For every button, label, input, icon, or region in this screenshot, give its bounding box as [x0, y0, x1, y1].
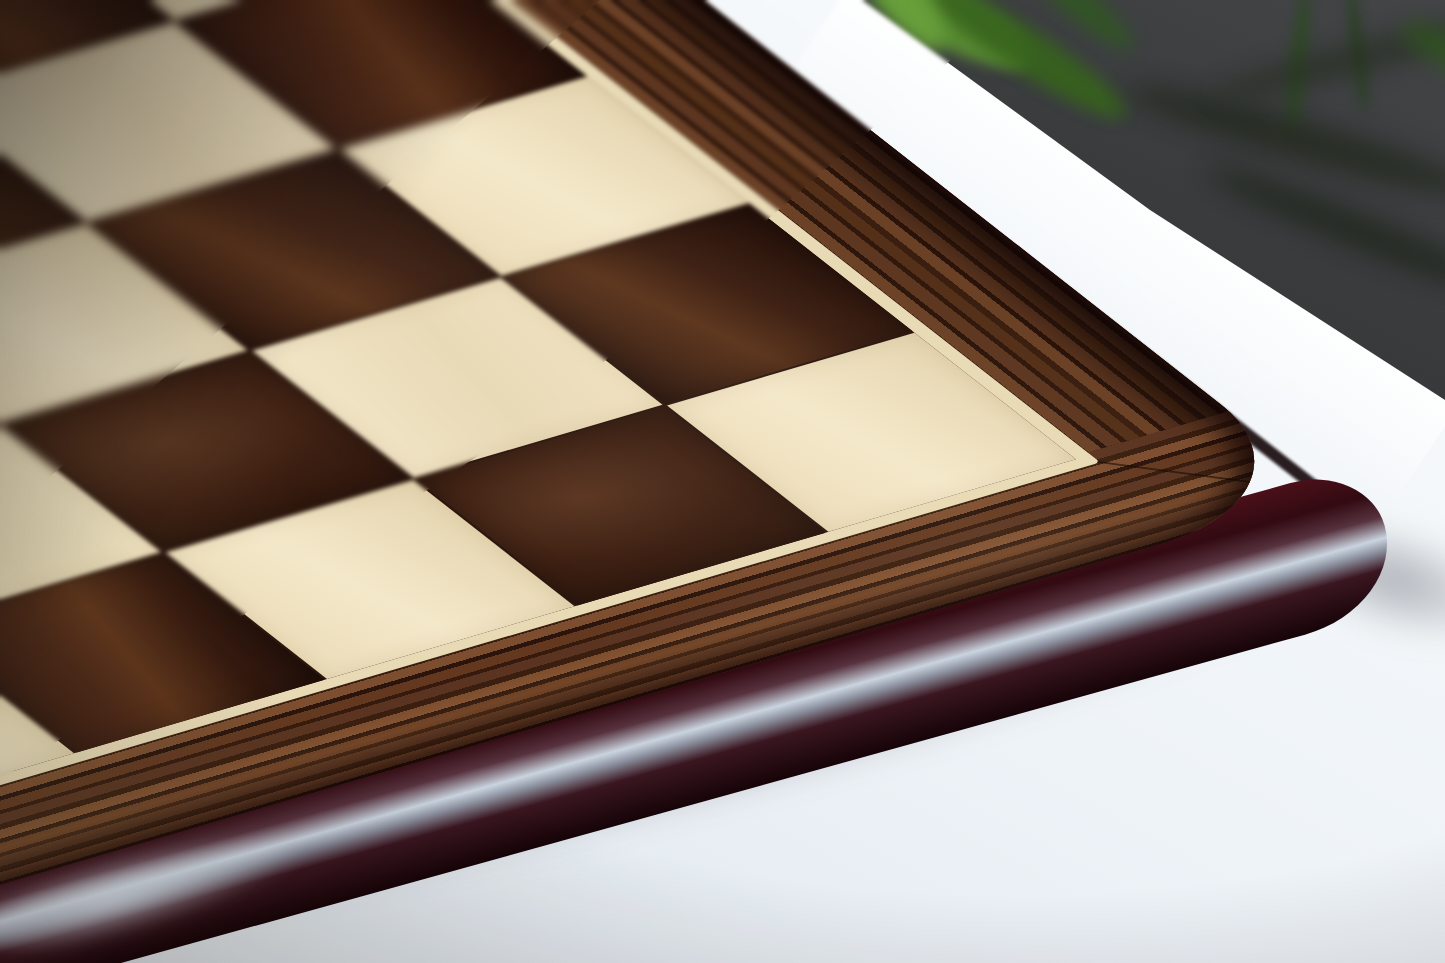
square-e2: [0, 425, 161, 624]
table-edge-sheen: [778, 0, 1445, 505]
board-edge-shading: [0, 0, 1334, 963]
square-f1: [165, 480, 574, 679]
square-f2: [2, 352, 411, 551]
square-g5: [0, 0, 172, 93]
plant-leaf-silhouette: [1121, 71, 1445, 209]
plant-leaf: [912, 0, 1137, 134]
board-frame-right: [0, 0, 1334, 540]
square-d1: [0, 627, 74, 826]
plant-leaf: [1008, 0, 1142, 60]
square-g4: [0, 22, 335, 221]
board-surface-reflection: [0, 0, 1334, 963]
background-wall: [0, 0, 1445, 963]
plant-stem: [1282, 0, 1314, 140]
square-h4: [176, 0, 585, 148]
chess-board: [0, 0, 1334, 963]
board-cast-shadow: [100, 458, 1445, 963]
top-left-shade: [0, 0, 1445, 963]
frame-mitre-seam: [1063, 457, 1334, 495]
photo-vignette: [0, 0, 1445, 963]
square-h5: [13, 0, 422, 20]
plant-leaf: [850, 0, 1044, 86]
square-h2: [503, 205, 912, 404]
square-g2: [252, 278, 661, 477]
board-corner-shadow: [1211, 459, 1445, 702]
board-playing-field: [0, 0, 1100, 963]
board-far-edge-line: [690, 0, 1337, 505]
square-f3: [0, 224, 248, 423]
board-frame-bottom: [0, 411, 1334, 963]
square-f4: [0, 96, 84, 295]
photo-scene: [0, 0, 1445, 963]
depth-of-field-blur-strong: [0, 0, 1445, 963]
plant-leaf: [1395, 11, 1445, 102]
square-h1: [666, 333, 1075, 532]
square-g1: [416, 406, 825, 605]
depth-of-field-blur-mild: [0, 0, 1445, 963]
square-e1: [0, 553, 324, 752]
plant-stem: [1344, 0, 1371, 113]
square-g3: [89, 150, 498, 349]
board-side-edge: [0, 462, 1407, 963]
square-h3: [340, 77, 749, 276]
plant-leaf: [853, 0, 956, 62]
plant-leaf-silhouette: [1201, 154, 1445, 309]
squares-grid: [0, 0, 1076, 963]
plant-leaf-silhouette: [1211, 12, 1445, 109]
